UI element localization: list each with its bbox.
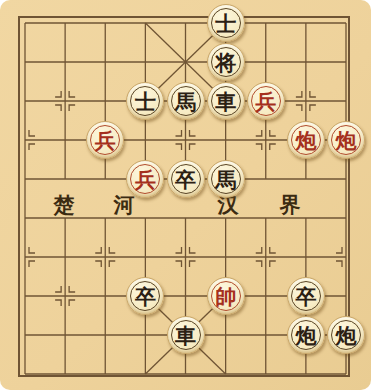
piece-black-advisor[interactable]: 士: [207, 4, 245, 42]
piece-glyph: 馬: [175, 91, 196, 112]
piece-glyph: 帥: [215, 286, 236, 307]
piece-red-soldier[interactable]: 兵: [86, 121, 124, 159]
piece-red-cannon[interactable]: 炮: [327, 121, 365, 159]
piece-black-horse[interactable]: 馬: [167, 82, 205, 120]
piece-glyph: 卒: [175, 169, 196, 190]
piece-glyph: 車: [215, 91, 236, 112]
river-char: 楚: [54, 191, 75, 219]
piece-black-chariot[interactable]: 車: [167, 316, 205, 354]
piece-glyph: 卒: [135, 286, 156, 307]
piece-glyph: 卒: [295, 286, 316, 307]
piece-red-soldier[interactable]: 兵: [247, 82, 285, 120]
river-char: 河: [114, 191, 135, 219]
piece-black-soldier[interactable]: 卒: [167, 160, 205, 198]
piece-red-general[interactable]: 帥: [207, 277, 245, 315]
river-char: 界: [280, 191, 301, 219]
piece-black-general[interactable]: 将: [207, 43, 245, 81]
piece-glyph: 炮: [295, 325, 316, 346]
piece-black-soldier[interactable]: 卒: [287, 277, 325, 315]
piece-glyph: 炮: [336, 130, 357, 151]
piece-glyph: 士: [215, 13, 236, 34]
piece-red-cannon[interactable]: 炮: [287, 121, 325, 159]
piece-glyph: 士: [135, 91, 156, 112]
xiangqi-app: 楚河汉界 士将士馬車兵兵炮炮兵卒馬卒帥卒車炮炮: [0, 0, 371, 390]
piece-glyph: 兵: [95, 130, 116, 151]
piece-black-chariot[interactable]: 車: [207, 82, 245, 120]
piece-glyph: 兵: [255, 91, 276, 112]
piece-glyph: 炮: [336, 325, 357, 346]
piece-black-cannon[interactable]: 炮: [327, 316, 365, 354]
piece-glyph: 兵: [135, 169, 156, 190]
piece-glyph: 馬: [215, 169, 236, 190]
piece-glyph: 将: [215, 52, 236, 73]
piece-black-cannon[interactable]: 炮: [287, 316, 325, 354]
piece-glyph: 炮: [295, 130, 316, 151]
piece-glyph: 車: [175, 325, 196, 346]
piece-black-horse[interactable]: 馬: [207, 160, 245, 198]
